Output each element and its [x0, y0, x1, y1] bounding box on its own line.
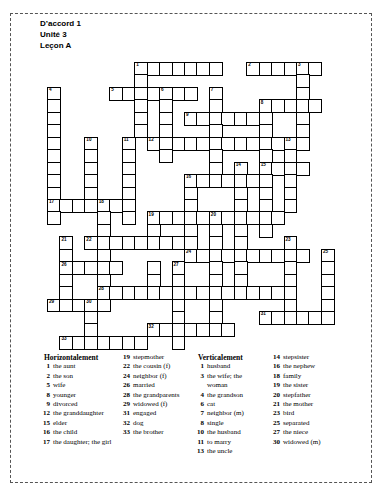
clue-text: married [133, 381, 196, 390]
clue-number: 27 [266, 428, 283, 437]
cell-number: 5 [111, 88, 114, 93]
cell-number: 27 [174, 263, 179, 268]
clue-item: 24neighbor (f) [116, 372, 196, 381]
across-clues-column-2: 19stepmother22the cousin (f)24neighbor (… [116, 353, 196, 438]
clue-number: 12 [36, 409, 53, 418]
clue-text: to marry [207, 438, 262, 447]
clue-item: 11to marry [190, 438, 262, 447]
clue-text: elder [53, 419, 124, 428]
clue-item: 21the mother [266, 400, 362, 409]
cell-number: 2 [248, 63, 251, 68]
cell-number: 19 [149, 213, 154, 218]
grid-cell[interactable] [321, 311, 335, 325]
clue-text: separated [283, 419, 362, 428]
clue-number: 8 [190, 419, 207, 428]
clue-item: 1husband [190, 362, 262, 371]
clue-item: 12the granddaughter [36, 409, 124, 418]
cell-number: 32 [149, 325, 154, 330]
grid-cell[interactable] [97, 299, 111, 313]
title-line-3: Leçon A [40, 40, 81, 51]
clue-item: 8single [190, 419, 262, 428]
cell-number: 15 [261, 163, 266, 168]
clue-text: widowed (f) [133, 400, 196, 409]
grid-cell[interactable] [47, 211, 61, 225]
clue-item: 16the nephew [266, 362, 362, 371]
cell-number: 21 [61, 238, 66, 243]
cell-number: 33 [61, 337, 66, 342]
clue-text: the brother [133, 428, 196, 437]
grid-cell[interactable] [172, 336, 186, 350]
clue-item: 2the son [36, 372, 124, 381]
clue-item: 19stepmother [116, 353, 196, 362]
clue-number: 10 [190, 428, 207, 437]
cell-number: 16 [186, 175, 191, 180]
cell-number: 12 [149, 138, 154, 143]
clue-text: wife [53, 381, 124, 390]
clue-text: younger [53, 391, 124, 400]
clue-text: the child [53, 428, 124, 437]
grid-cell[interactable] [271, 211, 285, 225]
clue-text: widowed (m) [283, 438, 362, 447]
clue-text: stepsister [283, 353, 362, 362]
clue-number: 23 [266, 409, 283, 418]
clue-text: neighbor (m) [207, 409, 262, 418]
grid-cell[interactable] [209, 62, 223, 76]
down-header: Verticalement [198, 353, 262, 362]
clue-text: stepmother [133, 353, 196, 362]
worksheet-title: D’accord 1 Unité 3 Leçon A [40, 18, 81, 51]
clue-item: 16the child [36, 428, 124, 437]
clue-text: cat [207, 400, 262, 409]
clue-text: the mother [283, 400, 362, 409]
cell-number: 29 [49, 300, 54, 305]
clue-text: single [207, 419, 262, 428]
clue-item: 9divorced [36, 400, 124, 409]
clue-item: 6cat [190, 400, 262, 409]
grid-cell[interactable] [221, 323, 235, 337]
cell-number: 8 [261, 101, 264, 106]
clue-item: 15elder [36, 419, 124, 428]
clue-number: 9 [36, 400, 53, 409]
clue-text: husband [207, 362, 262, 371]
clue-text: divorced [53, 400, 124, 409]
clue-number: 16 [36, 428, 53, 437]
grid-cell[interactable] [296, 249, 310, 263]
clue-item: 26married [116, 381, 196, 390]
clue-number: 15 [36, 419, 53, 428]
clue-item: 5wife [36, 381, 124, 390]
clue-text: engaged [133, 409, 196, 418]
clue-number: 16 [266, 362, 283, 371]
cell-number: 20 [211, 213, 216, 218]
clue-text: the son [53, 372, 124, 381]
clue-number: 3 [190, 372, 207, 391]
clue-text: the uncle [207, 447, 262, 456]
clue-item: 25separated [266, 419, 362, 428]
clue-text: the daughter; the girl [53, 438, 124, 447]
clue-item: 7neighbor (m) [190, 409, 262, 418]
cell-number: 30 [86, 300, 91, 305]
cell-number: 23 [286, 238, 291, 243]
clue-item: 19the sister [266, 381, 362, 390]
clue-text: bird [283, 409, 362, 418]
cell-number: 3 [298, 63, 301, 68]
cell-number: 26 [61, 263, 66, 268]
clue-number: 33 [116, 428, 133, 437]
clue-item: 27the niece [266, 428, 362, 437]
worksheet-page: { "game": "crossword", "title": { "line1… [0, 0, 386, 500]
clue-number: 30 [266, 438, 283, 447]
across-header: Horizontalement [44, 353, 124, 362]
clue-item: 18family [266, 372, 362, 381]
cell-number: 22 [86, 238, 91, 243]
grid-cell[interactable] [259, 224, 273, 238]
clue-text: the niece [283, 428, 362, 437]
clue-number: 8 [36, 391, 53, 400]
clue-number: 28 [116, 391, 133, 400]
clue-number: 1 [36, 362, 53, 371]
clue-number: 13 [190, 447, 207, 456]
clue-number: 17 [36, 438, 53, 447]
clue-number: 19 [116, 353, 133, 362]
grid-cell[interactable] [184, 87, 198, 101]
clue-item: 33the brother [116, 428, 196, 437]
clue-item: 1the aunt [36, 362, 124, 371]
across-clues-column-1: Horizontalement 1the aunt2the son5wife8y… [36, 353, 124, 447]
clue-text: family [283, 372, 362, 381]
clue-text: neighbor (f) [133, 372, 196, 381]
clue-text: the husband [207, 428, 262, 437]
grid-cell[interactable] [159, 149, 173, 163]
clue-number: 22 [116, 362, 133, 371]
clue-number: 25 [266, 419, 283, 428]
clue-number: 6 [190, 400, 207, 409]
clue-number: 21 [266, 400, 283, 409]
cell-number: 6 [161, 88, 164, 93]
clue-item: 13the uncle [190, 447, 262, 456]
cell-number: 7 [211, 88, 214, 93]
grid-cell[interactable] [308, 62, 322, 76]
clue-text: the sister [283, 381, 362, 390]
cell-number: 28 [99, 287, 104, 292]
grid-cell[interactable] [296, 162, 310, 176]
grid-cell[interactable] [109, 261, 123, 275]
clue-number: 32 [116, 419, 133, 428]
clue-item: 10the husband [190, 428, 262, 437]
down-clues-column-2: 14stepsister16the nephew18family19the si… [266, 353, 362, 447]
grid-cell[interactable] [308, 99, 322, 113]
title-line-1: D’accord 1 [40, 18, 81, 29]
clue-text: the grandson [207, 391, 262, 400]
clue-item: 32dog [116, 419, 196, 428]
clue-item: 17the daughter; the girl [36, 438, 124, 447]
cell-number: 24 [186, 250, 191, 255]
clue-number: 11 [190, 438, 207, 447]
clue-number: 7 [190, 409, 207, 418]
clue-number: 24 [116, 372, 133, 381]
grid-cell[interactable] [284, 199, 298, 213]
clue-number: 20 [266, 391, 283, 400]
clue-text: the nephew [283, 362, 362, 371]
grid-cell[interactable] [122, 211, 136, 225]
clue-item: 3the wife; the woman [190, 372, 262, 391]
clue-item: 31engaged [116, 409, 196, 418]
cell-number: 13 [286, 138, 291, 143]
crossword-grid: 1234567891011121314151617181920212223242… [47, 62, 336, 351]
clue-number: 19 [266, 381, 283, 390]
clue-item: 23bird [266, 409, 362, 418]
cell-number: 4 [49, 88, 52, 93]
clue-item: 28the grandparents [116, 391, 196, 400]
clue-item: 22the cousin (f) [116, 362, 196, 371]
clue-number: 1 [190, 362, 207, 371]
clue-item: 4the grandson [190, 391, 262, 400]
cell-number: 18 [99, 200, 104, 205]
clue-number: 31 [116, 409, 133, 418]
cell-number: 9 [186, 113, 189, 118]
title-line-2: Unité 3 [40, 29, 81, 40]
clue-number: 14 [266, 353, 283, 362]
clue-number: 2 [36, 372, 53, 381]
cell-number: 1 [136, 63, 139, 68]
clue-text: the granddaughter [53, 409, 124, 418]
clue-text: the aunt [53, 362, 124, 371]
cell-number: 11 [124, 138, 129, 143]
grid-cell[interactable] [134, 336, 148, 350]
clue-item: 8younger [36, 391, 124, 400]
clue-number: 18 [266, 372, 283, 381]
cell-number: 14 [236, 163, 241, 168]
clue-number: 4 [190, 391, 207, 400]
clue-item: 14stepsister [266, 353, 362, 362]
clue-text: dog [133, 419, 196, 428]
clue-number: 5 [36, 381, 53, 390]
clue-text: the cousin (f) [133, 362, 196, 371]
clue-text: the wife; the woman [207, 372, 262, 391]
clue-number: 26 [116, 381, 133, 390]
clue-text: stepfather [283, 391, 362, 400]
clue-item: 30widowed (m) [266, 438, 362, 447]
grid-cell[interactable] [296, 137, 310, 151]
cell-number: 31 [261, 312, 266, 317]
cell-number: 17 [49, 200, 54, 205]
down-clues-column-1: Verticalement 1husband3the wife; the wom… [190, 353, 262, 456]
cell-number: 10 [86, 138, 91, 143]
clue-item: 20stepfather [266, 391, 362, 400]
clue-number: 29 [116, 400, 133, 409]
cell-number: 25 [323, 250, 328, 255]
clue-text: the grandparents [133, 391, 196, 400]
clue-item: 29widowed (f) [116, 400, 196, 409]
